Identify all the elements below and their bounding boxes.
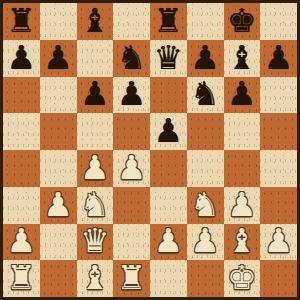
square-h2[interactable]: ♟ <box>260 224 297 261</box>
white-rook-d1[interactable]: ♜ <box>117 261 147 294</box>
square-d8[interactable] <box>113 3 150 40</box>
black-pawn-g6[interactable]: ♟ <box>227 77 257 110</box>
square-e3[interactable] <box>150 187 187 224</box>
square-b5[interactable] <box>40 113 77 150</box>
white-queen-c2[interactable]: ♛ <box>80 224 110 257</box>
square-g6[interactable]: ♟ <box>224 77 261 114</box>
square-h7[interactable]: ♟ <box>260 40 297 77</box>
white-pawn-f2[interactable]: ♟ <box>190 224 220 257</box>
square-b1[interactable] <box>40 260 77 297</box>
white-king-g1[interactable]: ♚ <box>227 261 257 294</box>
white-pawn-d4[interactable]: ♟ <box>117 151 147 184</box>
square-c4[interactable]: ♟ <box>77 150 114 187</box>
square-d6[interactable]: ♟ <box>113 77 150 114</box>
square-f4[interactable] <box>187 150 224 187</box>
white-pawn-h2[interactable]: ♟ <box>264 224 294 257</box>
chess-board: ♜♝♜♚♟♟♞♛♟♝♟♟♟♞♟♟♟♟♟♞♞♟♟♛♟♟♝♟♜♝♜♚ <box>3 3 297 297</box>
square-h6[interactable] <box>260 77 297 114</box>
white-bishop-g2[interactable]: ♝ <box>227 224 257 257</box>
square-h8[interactable] <box>260 3 297 40</box>
square-c5[interactable] <box>77 113 114 150</box>
black-rook-a8[interactable]: ♜ <box>7 4 37 37</box>
square-a2[interactable]: ♟ <box>3 224 40 261</box>
square-h4[interactable] <box>260 150 297 187</box>
square-g3[interactable]: ♟ <box>224 187 261 224</box>
square-d2[interactable] <box>113 224 150 261</box>
square-g8[interactable]: ♚ <box>224 3 261 40</box>
square-g1[interactable]: ♚ <box>224 260 261 297</box>
chess-board-frame: ♜♝♜♚♟♟♞♛♟♝♟♟♟♞♟♟♟♟♟♞♞♟♟♛♟♟♝♟♜♝♜♚ <box>0 0 300 300</box>
square-c6[interactable]: ♟ <box>77 77 114 114</box>
square-c1[interactable]: ♝ <box>77 260 114 297</box>
square-f8[interactable] <box>187 3 224 40</box>
black-pawn-b7[interactable]: ♟ <box>43 41 73 74</box>
square-c2[interactable]: ♛ <box>77 224 114 261</box>
square-f5[interactable] <box>187 113 224 150</box>
white-pawn-g3[interactable]: ♟ <box>227 188 257 221</box>
square-f3[interactable]: ♞ <box>187 187 224 224</box>
square-d7[interactable]: ♞ <box>113 40 150 77</box>
black-pawn-e5[interactable]: ♟ <box>154 114 184 147</box>
white-pawn-c4[interactable]: ♟ <box>80 151 110 184</box>
square-e7[interactable]: ♛ <box>150 40 187 77</box>
square-h5[interactable] <box>260 113 297 150</box>
square-b8[interactable] <box>40 3 77 40</box>
square-g7[interactable]: ♝ <box>224 40 261 77</box>
black-king-g8[interactable]: ♚ <box>227 4 257 37</box>
square-a5[interactable] <box>3 113 40 150</box>
black-pawn-a7[interactable]: ♟ <box>7 41 37 74</box>
square-b7[interactable]: ♟ <box>40 40 77 77</box>
square-b4[interactable] <box>40 150 77 187</box>
white-bishop-c1[interactable]: ♝ <box>80 261 110 294</box>
black-knight-d7[interactable]: ♞ <box>117 41 147 74</box>
black-pawn-c6[interactable]: ♟ <box>80 77 110 110</box>
black-pawn-d6[interactable]: ♟ <box>117 77 147 110</box>
square-a4[interactable] <box>3 150 40 187</box>
black-bishop-g7[interactable]: ♝ <box>227 41 257 74</box>
square-g4[interactable] <box>224 150 261 187</box>
square-d1[interactable]: ♜ <box>113 260 150 297</box>
white-pawn-a2[interactable]: ♟ <box>7 224 37 257</box>
white-pawn-b3[interactable]: ♟ <box>43 188 73 221</box>
square-c3[interactable]: ♞ <box>77 187 114 224</box>
square-a1[interactable]: ♜ <box>3 260 40 297</box>
black-rook-e8[interactable]: ♜ <box>154 4 184 37</box>
square-a8[interactable]: ♜ <box>3 3 40 40</box>
square-c7[interactable] <box>77 40 114 77</box>
black-pawn-h7[interactable]: ♟ <box>264 41 294 74</box>
white-pawn-e2[interactable]: ♟ <box>154 224 184 257</box>
square-a6[interactable] <box>3 77 40 114</box>
square-a7[interactable]: ♟ <box>3 40 40 77</box>
square-e4[interactable] <box>150 150 187 187</box>
white-rook-a1[interactable]: ♜ <box>7 261 37 294</box>
square-d5[interactable] <box>113 113 150 150</box>
black-knight-f6[interactable]: ♞ <box>190 77 220 110</box>
square-e8[interactable]: ♜ <box>150 3 187 40</box>
white-knight-f3[interactable]: ♞ <box>190 188 220 221</box>
square-e2[interactable]: ♟ <box>150 224 187 261</box>
square-d3[interactable] <box>113 187 150 224</box>
square-f1[interactable] <box>187 260 224 297</box>
black-pawn-f7[interactable]: ♟ <box>190 41 220 74</box>
square-g2[interactable]: ♝ <box>224 224 261 261</box>
square-e6[interactable] <box>150 77 187 114</box>
white-knight-c3[interactable]: ♞ <box>80 188 110 221</box>
square-a3[interactable] <box>3 187 40 224</box>
square-d4[interactable]: ♟ <box>113 150 150 187</box>
square-f2[interactable]: ♟ <box>187 224 224 261</box>
square-c8[interactable]: ♝ <box>77 3 114 40</box>
square-b6[interactable] <box>40 77 77 114</box>
square-b2[interactable] <box>40 224 77 261</box>
square-b3[interactable]: ♟ <box>40 187 77 224</box>
square-g5[interactable] <box>224 113 261 150</box>
square-h1[interactable] <box>260 260 297 297</box>
square-h3[interactable] <box>260 187 297 224</box>
square-e1[interactable] <box>150 260 187 297</box>
square-e5[interactable]: ♟ <box>150 113 187 150</box>
black-queen-e7[interactable]: ♛ <box>154 41 184 74</box>
square-f7[interactable]: ♟ <box>187 40 224 77</box>
square-f6[interactable]: ♞ <box>187 77 224 114</box>
black-bishop-c8[interactable]: ♝ <box>80 4 110 37</box>
